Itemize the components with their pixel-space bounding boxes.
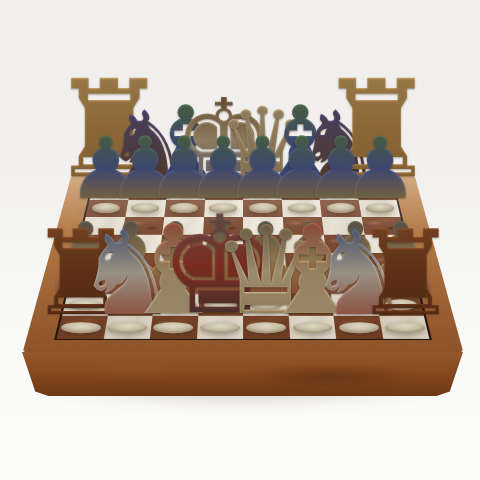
photo-stage: ♜♞♝♚♛♝♞♜♟♟♟♟♟♟♟♟♟♟♟♟♟♟♟♟♜♞♝♚♛♝♞♜ (0, 0, 480, 480)
white-rook-glyph: ♜ (353, 215, 458, 332)
board-front-edge (22, 352, 463, 396)
